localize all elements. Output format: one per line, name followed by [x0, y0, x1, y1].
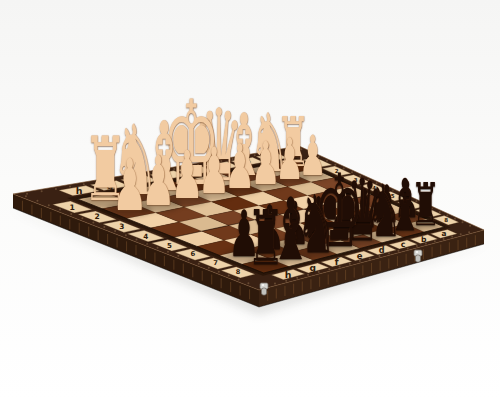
- piece-white-pawn: ♟: [109, 150, 149, 222]
- chess-set-photo: 11hh22gg33ff44ee55dd66cc77bb88aa ♜♝♞♛♚♞♝…: [0, 0, 500, 400]
- pieces-layer: ♜♝♞♛♚♞♝♜♟♟♟♟♟♟♟♟♟♟♟♟♟♟♟♟♜♞♝♛♚♝♞♜: [0, 0, 500, 400]
- piece-black-rook: ♜: [245, 201, 287, 277]
